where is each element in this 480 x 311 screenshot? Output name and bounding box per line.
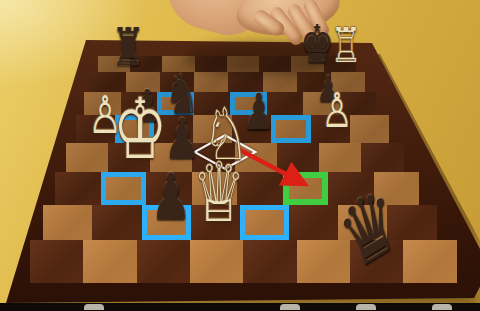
chess-app-scene: ♜♚♖♞♟♟♙♟♙♔♟♘♟♕♛ (0, 0, 480, 311)
square-a2[interactable] (43, 205, 92, 240)
black-rook-a8[interactable]: ♜ (111, 21, 145, 73)
square-b2[interactable] (92, 205, 141, 240)
square-f5[interactable] (271, 115, 310, 143)
square-h4[interactable] (361, 143, 403, 172)
cropped-piece-blob (356, 304, 376, 310)
cropped-piece-blob (84, 304, 104, 310)
square-b1[interactable] (83, 240, 136, 283)
square-h5[interactable] (350, 115, 389, 143)
cropped-piece-blob (280, 304, 300, 310)
black-king-g8[interactable]: ♚ (300, 18, 334, 70)
square-a3[interactable] (55, 172, 101, 205)
square-d1[interactable] (190, 240, 243, 283)
square-f4[interactable] (277, 143, 319, 172)
square-h1[interactable] (403, 240, 456, 283)
square-f1[interactable] (297, 240, 350, 283)
square-g4[interactable] (319, 143, 361, 172)
square-a1[interactable] (30, 240, 83, 283)
white-pawn-g5[interactable]: ♙ (322, 86, 353, 134)
square-e1[interactable] (243, 240, 296, 283)
cropped-piece-blob (432, 304, 452, 310)
white-king-b4[interactable]: ♔ (113, 87, 167, 171)
square-c1[interactable] (137, 240, 190, 283)
square-f3[interactable] (283, 172, 329, 205)
square-a4[interactable] (66, 143, 108, 172)
square-e2[interactable] (240, 205, 289, 240)
black-pawn-c2[interactable]: ♟ (150, 165, 191, 229)
white-queen-d2[interactable]: ♕ (193, 152, 246, 234)
white-rook-h8[interactable]: ♖ (331, 21, 362, 69)
cropped-bottom-strip (0, 303, 480, 311)
